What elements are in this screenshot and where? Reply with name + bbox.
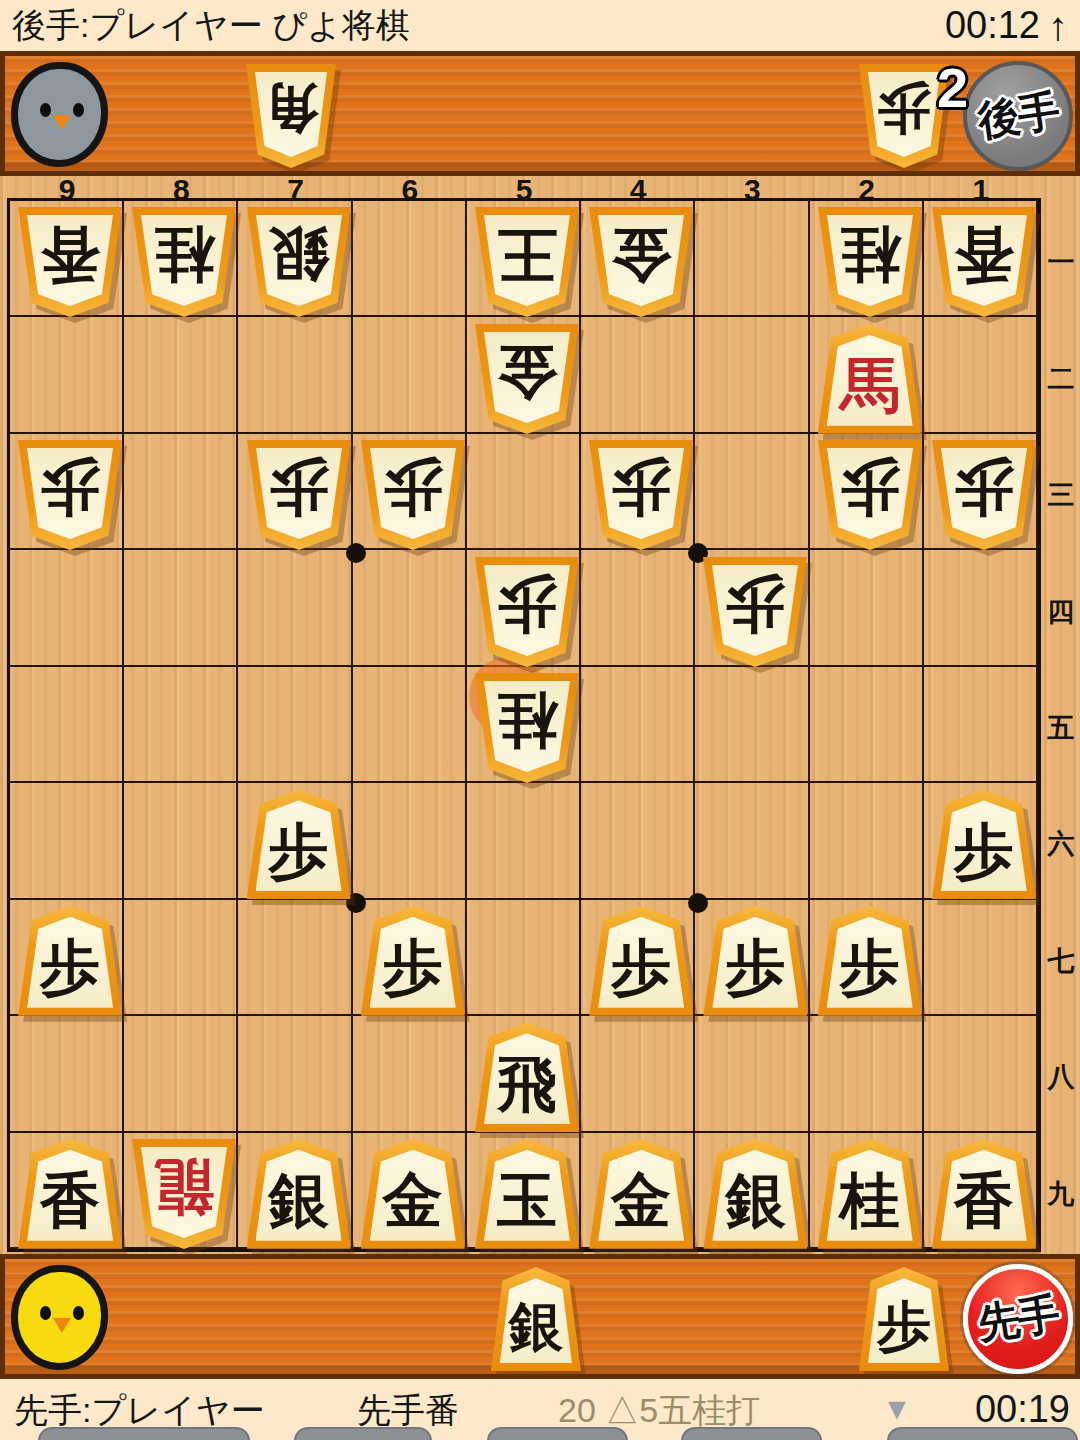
shogi-piece-sente[interactable]: 歩 bbox=[859, 1267, 949, 1371]
shogi-piece-gote[interactable]: 桂 bbox=[132, 207, 236, 317]
board-square-6-1[interactable] bbox=[356, 204, 470, 320]
board-square-4-2[interactable] bbox=[584, 320, 698, 436]
board-square-8-3[interactable] bbox=[127, 437, 241, 553]
piece-kanji: 金 bbox=[361, 1139, 465, 1249]
board-square-4-6[interactable] bbox=[584, 786, 698, 902]
file-label-2: 2 bbox=[847, 173, 887, 207]
piece-kanji: 歩 bbox=[859, 1267, 949, 1371]
piece-kanji: 銀 bbox=[491, 1267, 581, 1371]
sente-avatar bbox=[11, 1265, 108, 1370]
piece-kanji: 龍 bbox=[132, 1139, 236, 1249]
avatar-eye bbox=[73, 1306, 84, 1320]
gote-clock: 00:12 bbox=[945, 4, 1040, 47]
file-label-6: 6 bbox=[390, 173, 430, 207]
piece-kanji: 角 bbox=[246, 64, 336, 168]
avatar-beak bbox=[53, 1318, 71, 1333]
piece-kanji: 桂 bbox=[818, 207, 922, 317]
board-square-1-7[interactable] bbox=[927, 903, 1041, 1019]
piece-kanji: 香 bbox=[18, 1139, 122, 1249]
shogi-piece-gote[interactable]: 金 bbox=[589, 207, 693, 317]
board-square-9-2[interactable] bbox=[13, 320, 127, 436]
piece-kanji: 歩 bbox=[589, 906, 693, 1016]
shogi-piece-gote[interactable]: 桂 bbox=[818, 207, 922, 317]
shogi-piece-sente[interactable]: 銀 bbox=[703, 1139, 807, 1249]
piece-kanji: 歩 bbox=[247, 440, 351, 550]
piece-kanji: 銀 bbox=[247, 1139, 351, 1249]
piece-kanji: 桂 bbox=[132, 207, 236, 317]
avatar-eye bbox=[40, 103, 51, 117]
avatar-beak bbox=[53, 115, 71, 130]
board-square-2-8[interactable] bbox=[813, 1019, 927, 1135]
file-label-8: 8 bbox=[161, 173, 201, 207]
board-square-7-5[interactable] bbox=[241, 670, 355, 786]
board-square-3-1[interactable] bbox=[698, 204, 812, 320]
shogi-piece-sente[interactable]: 歩 bbox=[932, 789, 1036, 899]
board-square-7-7[interactable] bbox=[241, 903, 355, 1019]
shogi-piece-sente[interactable]: 香 bbox=[18, 1139, 122, 1249]
board-square-8-7[interactable] bbox=[127, 903, 241, 1019]
shogi-piece-gote[interactable]: 歩 bbox=[475, 557, 579, 667]
rank-label-7: 七 bbox=[1042, 943, 1080, 979]
board-square-8-4[interactable] bbox=[127, 553, 241, 669]
piece-kanji: 銀 bbox=[247, 207, 351, 317]
gote-pawn-count: 2 bbox=[937, 60, 968, 116]
piece-kanji: 歩 bbox=[18, 906, 122, 1016]
piece-kanji: 歩 bbox=[703, 557, 807, 667]
board-square-7-8[interactable] bbox=[241, 1019, 355, 1135]
board-square-8-8[interactable] bbox=[127, 1019, 241, 1135]
piece-kanji: 金 bbox=[475, 324, 579, 434]
shogi-piece-sente-promoted[interactable]: 馬 bbox=[818, 324, 922, 434]
shogi-piece-sente[interactable]: 歩 bbox=[818, 906, 922, 1016]
shogi-piece-sente[interactable]: 玉 bbox=[475, 1139, 579, 1249]
gote-badge: 後手 bbox=[963, 61, 1073, 171]
piece-kanji: 歩 bbox=[475, 557, 579, 667]
shogi-board: 香桂銀王金桂香金馬歩歩歩歩歩歩歩歩桂歩歩歩歩歩歩歩飛香龍銀金玉金銀桂香 9876… bbox=[0, 176, 1080, 1254]
board-square-1-2[interactable] bbox=[927, 320, 1041, 436]
piece-kanji: 歩 bbox=[361, 440, 465, 550]
board-square-3-2[interactable] bbox=[698, 320, 812, 436]
piece-kanji: 歩 bbox=[932, 440, 1036, 550]
board-square-4-5[interactable] bbox=[584, 670, 698, 786]
rank-label-9: 九 bbox=[1042, 1176, 1080, 1212]
shogi-piece-gote[interactable]: 銀 bbox=[247, 207, 351, 317]
board-square-3-3[interactable] bbox=[698, 437, 812, 553]
toolbar-button-5[interactable] bbox=[887, 1427, 1078, 1440]
shogi-piece-gote[interactable]: 歩 bbox=[361, 440, 465, 550]
shogi-piece-gote[interactable]: 角 bbox=[246, 64, 336, 168]
piece-kanji: 香 bbox=[932, 1139, 1036, 1249]
piece-kanji: 香 bbox=[932, 207, 1036, 317]
board-square-7-2[interactable] bbox=[241, 320, 355, 436]
board-square-5-7[interactable] bbox=[470, 903, 584, 1019]
rank-label-4: 四 bbox=[1042, 594, 1080, 630]
rank-label-2: 二 bbox=[1042, 361, 1080, 397]
gote-avatar bbox=[11, 62, 108, 167]
board-square-1-5[interactable] bbox=[927, 670, 1041, 786]
shogi-piece-sente[interactable]: 銀 bbox=[491, 1267, 581, 1371]
shogi-piece-gote[interactable]: 桂 bbox=[475, 673, 579, 783]
board-square-6-2[interactable] bbox=[356, 320, 470, 436]
scroll-up-icon[interactable]: ↑ bbox=[1048, 6, 1068, 46]
piece-kanji: 歩 bbox=[703, 906, 807, 1016]
shogi-piece-gote[interactable]: 香 bbox=[18, 207, 122, 317]
piece-kanji: 玉 bbox=[475, 1139, 579, 1249]
shogi-piece-sente[interactable]: 銀 bbox=[247, 1139, 351, 1249]
move-list-dropdown-icon[interactable]: ▼ bbox=[882, 1392, 912, 1426]
rank-label-6: 六 bbox=[1042, 826, 1080, 862]
shogi-piece-gote[interactable]: 金 bbox=[475, 324, 579, 434]
file-label-3: 3 bbox=[732, 173, 772, 207]
board-square-2-5[interactable] bbox=[813, 670, 927, 786]
piece-kanji: 歩 bbox=[818, 906, 922, 1016]
file-label-1: 1 bbox=[961, 173, 1001, 207]
piece-kanji: 歩 bbox=[361, 906, 465, 1016]
piece-kanji: 歩 bbox=[247, 789, 351, 899]
gote-hand-tray: 角歩 2 後手 bbox=[0, 51, 1080, 176]
piece-kanji: 金 bbox=[589, 207, 693, 317]
avatar-eye bbox=[73, 103, 84, 117]
shogi-piece-gote[interactable]: 歩 bbox=[589, 440, 693, 550]
board-grid: 香桂銀王金桂香金馬歩歩歩歩歩歩歩歩桂歩歩歩歩歩歩歩飛香龍銀金玉金銀桂香 bbox=[7, 198, 1041, 1252]
shogi-piece-gote[interactable]: 歩 bbox=[703, 557, 807, 667]
rank-label-8: 八 bbox=[1042, 1059, 1080, 1095]
board-square-6-5[interactable] bbox=[356, 670, 470, 786]
shogi-piece-sente[interactable]: 飛 bbox=[475, 1022, 579, 1132]
toolbar-button-1[interactable] bbox=[38, 1427, 250, 1440]
shogi-piece-sente[interactable]: 香 bbox=[932, 1139, 1036, 1249]
board-square-4-4[interactable] bbox=[584, 553, 698, 669]
file-label-7: 7 bbox=[276, 173, 316, 207]
board-square-2-6[interactable] bbox=[813, 786, 927, 902]
sente-hand-tray: 銀歩 先手 bbox=[0, 1254, 1080, 1379]
shogi-piece-sente[interactable]: 歩 bbox=[703, 906, 807, 1016]
file-label-5: 5 bbox=[504, 173, 544, 207]
shogi-piece-gote[interactable]: 歩 bbox=[859, 64, 949, 168]
board-square-5-3[interactable] bbox=[470, 437, 584, 553]
board-square-1-8[interactable] bbox=[927, 1019, 1041, 1135]
board-square-9-8[interactable] bbox=[13, 1019, 127, 1135]
board-square-3-6[interactable] bbox=[698, 786, 812, 902]
shogi-piece-sente[interactable]: 歩 bbox=[361, 906, 465, 1016]
piece-kanji: 銀 bbox=[703, 1139, 807, 1249]
board-square-9-5[interactable] bbox=[13, 670, 127, 786]
shogi-piece-gote[interactable]: 香 bbox=[932, 207, 1036, 317]
piece-kanji: 飛 bbox=[475, 1022, 579, 1132]
piece-kanji: 桂 bbox=[475, 673, 579, 783]
shogi-piece-sente[interactable]: 金 bbox=[361, 1139, 465, 1249]
board-square-1-4[interactable] bbox=[927, 553, 1041, 669]
board-square-6-8[interactable] bbox=[356, 1019, 470, 1135]
piece-kanji: 金 bbox=[589, 1139, 693, 1249]
file-label-9: 9 bbox=[47, 173, 87, 207]
piece-kanji: 王 bbox=[475, 207, 579, 317]
shogi-piece-sente[interactable]: 金 bbox=[589, 1139, 693, 1249]
shogi-piece-gote-promoted[interactable]: 龍 bbox=[132, 1139, 236, 1249]
sente-clock: 00:19 bbox=[975, 1388, 1070, 1431]
shogi-piece-gote[interactable]: 歩 bbox=[818, 440, 922, 550]
shogi-piece-gote[interactable]: 歩 bbox=[18, 440, 122, 550]
board-square-3-5[interactable] bbox=[698, 670, 812, 786]
board-square-8-5[interactable] bbox=[127, 670, 241, 786]
piece-kanji: 歩 bbox=[818, 440, 922, 550]
board-square-4-8[interactable] bbox=[584, 1019, 698, 1135]
toolbar-button-3[interactable] bbox=[487, 1427, 628, 1440]
shogi-piece-sente[interactable]: 歩 bbox=[247, 789, 351, 899]
piece-kanji: 歩 bbox=[589, 440, 693, 550]
shogi-piece-sente[interactable]: 桂 bbox=[818, 1139, 922, 1249]
board-square-2-4[interactable] bbox=[813, 553, 927, 669]
shogi-piece-sente[interactable]: 歩 bbox=[18, 906, 122, 1016]
rank-label-5: 五 bbox=[1042, 710, 1080, 746]
file-label-4: 4 bbox=[618, 173, 658, 207]
shogi-piece-gote[interactable]: 王 bbox=[475, 207, 579, 317]
piece-kanji: 歩 bbox=[18, 440, 122, 550]
board-square-8-2[interactable] bbox=[127, 320, 241, 436]
top-status-bar: 後手:プレイヤー ぴよ将棋 00:12 ↑ bbox=[0, 0, 1080, 51]
piece-kanji: 歩 bbox=[859, 64, 949, 168]
rank-label-3: 三 bbox=[1042, 477, 1080, 513]
board-square-6-4[interactable] bbox=[356, 553, 470, 669]
board-square-9-4[interactable] bbox=[13, 553, 127, 669]
gote-player-label: 後手:プレイヤー ぴよ将棋 bbox=[12, 3, 410, 49]
board-square-9-6[interactable] bbox=[13, 786, 127, 902]
piece-kanji: 馬 bbox=[818, 324, 922, 434]
piece-kanji: 歩 bbox=[932, 789, 1036, 899]
toolbar-button-4[interactable] bbox=[681, 1427, 822, 1440]
toolbar-button-2[interactable] bbox=[294, 1427, 432, 1440]
shogi-piece-gote[interactable]: 歩 bbox=[932, 440, 1036, 550]
piece-kanji: 香 bbox=[18, 207, 122, 317]
sente-badge: 先手 bbox=[963, 1264, 1073, 1374]
shogi-piece-gote[interactable]: 歩 bbox=[247, 440, 351, 550]
board-square-6-6[interactable] bbox=[356, 786, 470, 902]
piece-kanji: 桂 bbox=[818, 1139, 922, 1249]
board-square-3-8[interactable] bbox=[698, 1019, 812, 1135]
board-square-5-6[interactable] bbox=[470, 786, 584, 902]
avatar-eye bbox=[40, 1306, 51, 1320]
shogi-piece-sente[interactable]: 歩 bbox=[589, 906, 693, 1016]
rank-label-1: 一 bbox=[1042, 244, 1080, 280]
board-square-7-4[interactable] bbox=[241, 553, 355, 669]
board-square-8-6[interactable] bbox=[127, 786, 241, 902]
